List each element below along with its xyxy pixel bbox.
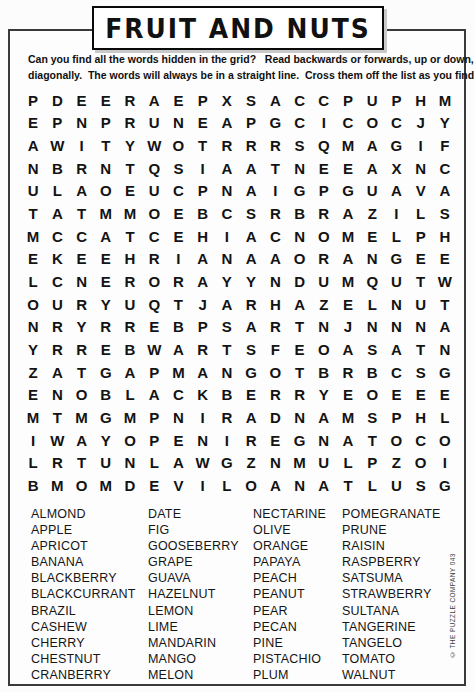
grid-cell: E <box>21 384 45 407</box>
grid-cell: Z <box>384 452 408 475</box>
word-grid: PDEERAEPXSACCPUPHMEPNPRUNEAPGCICOCJYAWIT… <box>21 89 457 497</box>
grid-cell: A <box>142 384 166 407</box>
grid-cell: Y <box>433 112 457 135</box>
grid-cell: G <box>384 134 408 157</box>
grid-cell: L <box>21 452 45 475</box>
grid-cell: A <box>312 474 336 497</box>
grid-cell: E <box>287 338 311 361</box>
grid-cell: M <box>118 406 142 429</box>
grid-cell: U <box>312 270 336 293</box>
grid-cell: N <box>360 316 384 339</box>
grid-cell: B <box>215 384 239 407</box>
grid-cell: H <box>191 225 215 248</box>
grid-cell: E <box>239 384 263 407</box>
grid-cell: E <box>21 112 45 135</box>
word-list-item: POMEGRANATE <box>342 506 443 522</box>
grid-cell: L <box>118 384 142 407</box>
grid-cell: E <box>409 248 433 271</box>
word-list-item: HAZELNUT <box>148 586 253 602</box>
grid-cell: E <box>166 202 190 225</box>
grid-cell: E <box>263 429 287 452</box>
word-list-item: PEAR <box>253 603 342 619</box>
puzzle-page: FRUIT AND NUTS Can you find all the word… <box>0 0 474 692</box>
grid-cell: R <box>69 157 93 180</box>
grid-cell: R <box>45 338 69 361</box>
grid-cell: O <box>69 474 93 497</box>
grid-cell: G <box>433 474 457 497</box>
grid-cell: A <box>433 180 457 203</box>
grid-cell: I <box>263 180 287 203</box>
grid-cell: L <box>142 452 166 475</box>
grid-cell: E <box>21 248 45 271</box>
grid-cell: Z <box>21 361 45 384</box>
grid-cell: A <box>263 248 287 271</box>
grid-cell: T <box>69 202 93 225</box>
grid-cell: S <box>409 474 433 497</box>
grid-cell: I <box>215 429 239 452</box>
grid-cell: I <box>312 112 336 135</box>
grid-cell: Y <box>94 293 118 316</box>
grid-cell: M <box>45 474 69 497</box>
grid-cell: T <box>69 452 93 475</box>
grid-cell: U <box>45 293 69 316</box>
grid-cell: B <box>94 384 118 407</box>
grid-cell: Y <box>118 134 142 157</box>
grid-cell: N <box>69 112 93 135</box>
grid-cell: N <box>215 361 239 384</box>
grid-cell: E <box>94 338 118 361</box>
grid-cell: S <box>166 157 190 180</box>
grid-cell: T <box>360 429 384 452</box>
grid-cell: R <box>312 202 336 225</box>
grid-cell: A <box>166 338 190 361</box>
grid-cell: E <box>69 89 93 112</box>
grid-cell: E <box>336 293 360 316</box>
grid-cell: I <box>215 225 239 248</box>
grid-cell: S <box>360 406 384 429</box>
grid-cell: P <box>21 89 45 112</box>
grid-cell: O <box>142 270 166 293</box>
grid-cell: P <box>384 89 408 112</box>
grid-cell: P <box>191 316 215 339</box>
grid-cell: R <box>118 112 142 135</box>
grid-cell: X <box>215 89 239 112</box>
word-list-item: APPLE <box>31 522 148 538</box>
word-list-item: TANGERINE <box>342 619 443 635</box>
grid-cell: G <box>287 180 311 203</box>
grid-cell: V <box>409 180 433 203</box>
grid-cell: U <box>94 452 118 475</box>
grid-cell: A <box>191 248 215 271</box>
word-list-column-1: ALMONDAPPLEAPRICOTBANANABLACKBERRYBLACKC… <box>31 506 148 683</box>
grid-cell: O <box>69 384 93 407</box>
grid-cell: A <box>239 225 263 248</box>
word-list-item: SULTANA <box>342 603 443 619</box>
grid-cell: B <box>118 338 142 361</box>
grid-cell: G <box>287 429 311 452</box>
grid-cell: R <box>263 202 287 225</box>
grid-cell: E <box>118 180 142 203</box>
grid-cell: A <box>239 180 263 203</box>
grid-cell: K <box>45 248 69 271</box>
grid-cell: E <box>94 248 118 271</box>
word-list-item: NECTARINE <box>253 506 342 522</box>
grid-cell: V <box>166 474 190 497</box>
word-list-item: BRAZIL <box>31 603 148 619</box>
word-list-item: PEACH <box>253 570 342 586</box>
grid-cell: C <box>142 225 166 248</box>
grid-cell: D <box>118 474 142 497</box>
grid-cell: M <box>21 406 45 429</box>
word-list-item: MANDARIN <box>148 635 253 651</box>
grid-cell: T <box>287 316 311 339</box>
word-list-item: SATSUMA <box>342 570 443 586</box>
grid-cell: R <box>239 293 263 316</box>
grid-cell: R <box>118 270 142 293</box>
grid-cell: L <box>433 406 457 429</box>
grid-cell: I <box>69 134 93 157</box>
grid-cell: J <box>409 112 433 135</box>
grid-cell: N <box>94 157 118 180</box>
grid-cell: S <box>287 134 311 157</box>
grid-cell: O <box>360 384 384 407</box>
grid-cell: N <box>263 452 287 475</box>
grid-cell: E <box>433 384 457 407</box>
grid-cell: O <box>433 429 457 452</box>
grid-cell: W <box>142 134 166 157</box>
grid-cell: L <box>336 452 360 475</box>
grid-cell: A <box>360 134 384 157</box>
grid-cell: A <box>191 270 215 293</box>
grid-cell: H <box>263 293 287 316</box>
word-list-item: TOMATO <box>342 651 443 667</box>
grid-cell: A <box>336 429 360 452</box>
grid-cell: P <box>142 429 166 452</box>
grid-cell: U <box>409 293 433 316</box>
word-list-item: WALNUT <box>342 667 443 683</box>
grid-cell: T <box>21 202 45 225</box>
grid-cell: A <box>142 89 166 112</box>
grid-cell: Q <box>142 293 166 316</box>
word-list-item: PEANUT <box>253 586 342 602</box>
grid-cell: N <box>21 157 45 180</box>
grid-cell: T <box>336 474 360 497</box>
grid-cell: E <box>336 384 360 407</box>
grid-cell: G <box>384 248 408 271</box>
grid-cell: E <box>142 316 166 339</box>
grid-cell: F <box>433 134 457 157</box>
word-list-item: TANGELO <box>342 635 443 651</box>
grid-cell: N <box>166 406 190 429</box>
grid-cell: D <box>45 89 69 112</box>
grid-cell: T <box>433 293 457 316</box>
grid-cell: N <box>384 316 408 339</box>
grid-cell: N <box>384 293 408 316</box>
grid-cell: M <box>433 89 457 112</box>
grid-cell: A <box>263 474 287 497</box>
instructions-line-1: Can you find all the words hidden in the… <box>28 51 458 67</box>
grid-cell: N <box>287 225 311 248</box>
grid-cell: R <box>312 248 336 271</box>
grid-cell: R <box>263 384 287 407</box>
grid-cell: A <box>94 225 118 248</box>
grid-cell: E <box>94 270 118 293</box>
grid-cell: A <box>45 361 69 384</box>
grid-cell: U <box>21 180 45 203</box>
grid-cell: G <box>239 361 263 384</box>
grid-cell: A <box>336 338 360 361</box>
grid-cell: H <box>409 89 433 112</box>
grid-cell: T <box>409 270 433 293</box>
grid-cell: M <box>336 134 360 157</box>
word-list-item: RASPBERRY <box>342 554 443 570</box>
grid-cell: M <box>336 406 360 429</box>
grid-cell: C <box>166 180 190 203</box>
grid-cell: O <box>94 180 118 203</box>
grid-cell: N <box>69 270 93 293</box>
grid-cell: I <box>191 474 215 497</box>
grid-cell: R <box>336 361 360 384</box>
copyright-credit: © THE PUZZLE COMPANY 043 <box>449 553 456 658</box>
grid-cell: N <box>287 157 311 180</box>
grid-cell: A <box>215 157 239 180</box>
grid-cell: B <box>21 474 45 497</box>
grid-cell: R <box>215 134 239 157</box>
grid-cell: T <box>45 406 69 429</box>
word-list-column-3: NECTARINEOLIVEORANGEPAPAYAPEACHPEANUTPEA… <box>253 506 342 683</box>
grid-cell: Y <box>21 338 45 361</box>
grid-cell: A <box>360 157 384 180</box>
grid-cell: R <box>239 134 263 157</box>
grid-cell: Q <box>142 157 166 180</box>
grid-cell: S <box>360 338 384 361</box>
grid-cell: F <box>263 338 287 361</box>
word-list-item: APRICOT <box>31 538 148 554</box>
grid-cell: U <box>360 89 384 112</box>
grid-cell: N <box>191 429 215 452</box>
grid-cell: A <box>21 134 45 157</box>
grid-cell: L <box>360 293 384 316</box>
word-list-item: CASHEW <box>31 619 148 635</box>
word-list-item: PLUM <box>253 667 342 683</box>
word-list-item: PISTACHIO <box>253 651 342 667</box>
grid-cell: R <box>142 248 166 271</box>
instructions: Can you find all the words hidden in the… <box>28 51 458 83</box>
grid-cell: N <box>409 157 433 180</box>
grid-cell: O <box>166 134 190 157</box>
grid-cell: Q <box>360 270 384 293</box>
grid-cell: W <box>45 134 69 157</box>
grid-cell: E <box>166 429 190 452</box>
grid-cell: P <box>191 180 215 203</box>
grid-cell: G <box>263 112 287 135</box>
grid-cell: I <box>409 134 433 157</box>
grid-cell: A <box>166 452 190 475</box>
grid-cell: H <box>118 248 142 271</box>
grid-cell: T <box>118 157 142 180</box>
grid-cell: A <box>239 316 263 339</box>
grid-cell: U <box>142 112 166 135</box>
grid-cell: X <box>384 157 408 180</box>
grid-cell: R <box>45 316 69 339</box>
grid-cell: N <box>287 406 311 429</box>
word-list-item: BLACKCURRANT <box>31 586 148 602</box>
grid-cell: O <box>239 474 263 497</box>
grid-cell: H <box>433 225 457 248</box>
grid-cell: B <box>45 157 69 180</box>
grid-cell: N <box>166 112 190 135</box>
grid-cell: I <box>191 157 215 180</box>
grid-cell: G <box>215 452 239 475</box>
grid-cell: R <box>45 452 69 475</box>
word-list-item: MELON <box>148 667 253 683</box>
grid-cell: C <box>312 89 336 112</box>
grid-cell: Z <box>239 452 263 475</box>
grid-cell: C <box>166 384 190 407</box>
grid-cell: C <box>384 112 408 135</box>
grid-cell: A <box>336 202 360 225</box>
grid-cell: I <box>166 248 190 271</box>
grid-cell: B <box>360 361 384 384</box>
grid-cell: Y <box>94 429 118 452</box>
grid-cell: Q <box>312 134 336 157</box>
word-list-item: GUAVA <box>148 570 253 586</box>
grid-cell: B <box>287 202 311 225</box>
grid-cell: U <box>312 452 336 475</box>
grid-cell: A <box>215 293 239 316</box>
grid-cell: A <box>69 180 93 203</box>
word-list-item: RAISIN <box>342 538 443 554</box>
grid-cell: M <box>336 270 360 293</box>
grid-cell: C <box>45 270 69 293</box>
word-list-item: PINE <box>253 635 342 651</box>
grid-cell: C <box>287 89 311 112</box>
grid-cell: R <box>69 293 93 316</box>
grid-cell: O <box>360 112 384 135</box>
grid-cell: J <box>336 316 360 339</box>
grid-cell: A <box>336 248 360 271</box>
grid-cell: W <box>433 270 457 293</box>
grid-cell: C <box>409 429 433 452</box>
grid-cell: R <box>215 406 239 429</box>
grid-cell: A <box>263 89 287 112</box>
word-list-item: LIME <box>148 619 253 635</box>
grid-cell: P <box>94 112 118 135</box>
grid-cell: Y <box>69 316 93 339</box>
grid-cell: E <box>433 248 457 271</box>
grid-cell: T <box>215 338 239 361</box>
word-list-item: BLACKBERRY <box>31 570 148 586</box>
grid-cell: T <box>409 338 433 361</box>
word-list-item: ORANGE <box>253 538 342 554</box>
grid-cell: U <box>142 180 166 203</box>
grid-cell: Z <box>312 293 336 316</box>
grid-cell: N <box>21 316 45 339</box>
grid-cell: A <box>384 338 408 361</box>
grid-cell: R <box>118 89 142 112</box>
grid-cell: P <box>312 180 336 203</box>
grid-cell: U <box>360 180 384 203</box>
grid-cell: A <box>384 180 408 203</box>
grid-cell: M <box>94 202 118 225</box>
grid-cell: E <box>94 89 118 112</box>
grid-cell: D <box>287 270 311 293</box>
grid-cell: L <box>21 270 45 293</box>
grid-cell: B <box>166 316 190 339</box>
word-list-column-2: DATEFIGGOOSEBERRYGRAPEGUAVAHAZELNUTLEMON… <box>148 506 253 683</box>
grid-cell: T <box>287 361 311 384</box>
grid-cell: S <box>433 202 457 225</box>
grid-cell: B <box>191 202 215 225</box>
grid-cell: Y <box>312 384 336 407</box>
grid-cell: O <box>409 452 433 475</box>
grid-cell: A <box>312 406 336 429</box>
grid-cell: A <box>239 248 263 271</box>
grid-cell: E <box>312 157 336 180</box>
grid-cell: I <box>21 429 45 452</box>
grid-cell: M <box>94 474 118 497</box>
grid-cell: N <box>312 429 336 452</box>
grid-cell: M <box>287 452 311 475</box>
word-list-item: PAPAYA <box>253 554 342 570</box>
word-list-column-4: POMEGRANATEPRUNERAISINRASPBERRYSATSUMAST… <box>342 506 443 683</box>
grid-cell: W <box>45 429 69 452</box>
grid-cell: D <box>263 406 287 429</box>
grid-cell: L <box>215 474 239 497</box>
grid-cell: C <box>215 202 239 225</box>
grid-cell: P <box>45 112 69 135</box>
word-list-item: ALMOND <box>31 506 148 522</box>
word-list-item: CRANBERRY <box>31 667 148 683</box>
grid-cell: P <box>142 406 166 429</box>
title-box: FRUIT AND NUTS <box>92 6 384 50</box>
grid-cell: C <box>384 361 408 384</box>
grid-cell: N <box>118 452 142 475</box>
word-list-item: GOOSEBERRY <box>148 538 253 554</box>
word-list-item: CHERRY <box>31 635 148 651</box>
grid-cell: M <box>166 361 190 384</box>
grid-cell: B <box>312 361 336 384</box>
grid-cell: E <box>360 225 384 248</box>
word-list-item: FIG <box>148 522 253 538</box>
grid-cell: I <box>433 452 457 475</box>
word-list-item: PECAN <box>253 619 342 635</box>
grid-cell: E <box>191 112 215 135</box>
grid-cell: U <box>384 474 408 497</box>
grid-cell: G <box>94 361 118 384</box>
grid-cell: A <box>433 316 457 339</box>
grid-cell: L <box>384 225 408 248</box>
grid-cell: I <box>384 202 408 225</box>
grid-cell: A <box>239 157 263 180</box>
grid-cell: E <box>166 89 190 112</box>
grid-cell: E <box>409 384 433 407</box>
word-list-item: LEMON <box>148 603 253 619</box>
word-list-item: STRAWBERRY <box>342 586 443 602</box>
grid-cell: T <box>118 225 142 248</box>
grid-cell: L <box>409 202 433 225</box>
grid-cell: L <box>360 474 384 497</box>
grid-cell: Z <box>360 202 384 225</box>
grid-cell: R <box>166 270 190 293</box>
instructions-line-2: diagonally. The words will always be in … <box>28 67 458 83</box>
grid-cell: H <box>409 406 433 429</box>
grid-cell: A <box>191 361 215 384</box>
grid-cell: G <box>94 406 118 429</box>
grid-cell: M <box>118 202 142 225</box>
word-list-item: GRAPE <box>148 554 253 570</box>
grid-cell: E <box>336 157 360 180</box>
